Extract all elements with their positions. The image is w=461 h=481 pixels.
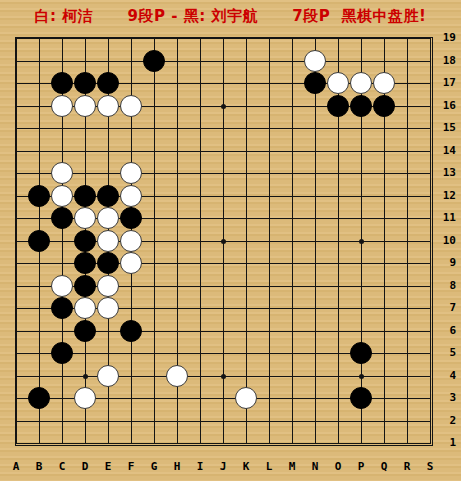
col-label-B: B bbox=[31, 460, 47, 474]
col-label-C: C bbox=[54, 460, 70, 474]
stone-black-B3 bbox=[28, 387, 50, 409]
col-label-G: G bbox=[146, 460, 162, 474]
stone-white-E11 bbox=[97, 207, 119, 229]
stone-white-D7 bbox=[74, 297, 96, 319]
go-board[interactable]: ABCDEFGHIJKLMNOPQRS191817161514131211109… bbox=[0, 0, 461, 481]
row-label-8: 8 bbox=[432, 279, 456, 293]
row-label-3: 3 bbox=[432, 391, 456, 405]
star-point-P4 bbox=[359, 374, 364, 379]
stone-white-F9 bbox=[120, 252, 142, 274]
col-label-D: D bbox=[77, 460, 93, 474]
stone-white-E7 bbox=[97, 297, 119, 319]
row-label-16: 16 bbox=[432, 99, 456, 113]
col-label-H: H bbox=[169, 460, 185, 474]
stone-white-F12 bbox=[120, 185, 142, 207]
stone-black-D8 bbox=[74, 275, 96, 297]
stone-black-D10 bbox=[74, 230, 96, 252]
row-label-10: 10 bbox=[432, 234, 456, 248]
row-label-1: 1 bbox=[432, 436, 456, 450]
stone-black-B10 bbox=[28, 230, 50, 252]
stone-black-E12 bbox=[97, 185, 119, 207]
row-label-15: 15 bbox=[432, 121, 456, 135]
row-label-9: 9 bbox=[432, 256, 456, 270]
stone-black-P3 bbox=[350, 387, 372, 409]
stone-black-N17 bbox=[304, 72, 326, 94]
stone-black-C11 bbox=[51, 207, 73, 229]
col-label-E: E bbox=[100, 460, 116, 474]
row-label-17: 17 bbox=[432, 76, 456, 90]
stone-black-B12 bbox=[28, 185, 50, 207]
stone-black-G18 bbox=[143, 50, 165, 72]
stone-white-C13 bbox=[51, 162, 73, 184]
stone-white-E16 bbox=[97, 95, 119, 117]
col-label-M: M bbox=[284, 460, 300, 474]
stone-black-E17 bbox=[97, 72, 119, 94]
col-label-O: O bbox=[330, 460, 346, 474]
stone-black-F11 bbox=[120, 207, 142, 229]
stone-black-Q16 bbox=[373, 95, 395, 117]
row-label-19: 19 bbox=[432, 31, 456, 45]
row-label-4: 4 bbox=[432, 369, 456, 383]
stone-black-D12 bbox=[74, 185, 96, 207]
stone-white-C12 bbox=[51, 185, 73, 207]
col-label-K: K bbox=[238, 460, 254, 474]
col-label-A: A bbox=[8, 460, 24, 474]
stone-black-D17 bbox=[74, 72, 96, 94]
stone-white-O17 bbox=[327, 72, 349, 94]
star-point-D4 bbox=[83, 374, 88, 379]
stone-white-H4 bbox=[166, 365, 188, 387]
stone-white-Q17 bbox=[373, 72, 395, 94]
col-label-L: L bbox=[261, 460, 277, 474]
stone-white-E10 bbox=[97, 230, 119, 252]
stone-black-O16 bbox=[327, 95, 349, 117]
star-point-P10 bbox=[359, 239, 364, 244]
stone-white-C16 bbox=[51, 95, 73, 117]
stone-white-F16 bbox=[120, 95, 142, 117]
stone-white-F13 bbox=[120, 162, 142, 184]
star-point-J16 bbox=[221, 104, 226, 109]
row-label-13: 13 bbox=[432, 166, 456, 180]
stone-black-C17 bbox=[51, 72, 73, 94]
stone-white-F10 bbox=[120, 230, 142, 252]
col-label-P: P bbox=[353, 460, 369, 474]
row-label-5: 5 bbox=[432, 346, 456, 360]
col-label-J: J bbox=[215, 460, 231, 474]
stone-white-D3 bbox=[74, 387, 96, 409]
stone-white-D16 bbox=[74, 95, 96, 117]
stone-white-C8 bbox=[51, 275, 73, 297]
row-label-12: 12 bbox=[432, 189, 456, 203]
col-label-I: I bbox=[192, 460, 208, 474]
stone-black-P5 bbox=[350, 342, 372, 364]
row-label-18: 18 bbox=[432, 54, 456, 68]
col-label-S: S bbox=[422, 460, 438, 474]
row-label-6: 6 bbox=[432, 324, 456, 338]
stone-white-P17 bbox=[350, 72, 372, 94]
stone-black-D9 bbox=[74, 252, 96, 274]
row-label-11: 11 bbox=[432, 211, 456, 225]
row-label-7: 7 bbox=[432, 301, 456, 315]
stone-black-D6 bbox=[74, 320, 96, 342]
stone-black-E9 bbox=[97, 252, 119, 274]
stone-white-E8 bbox=[97, 275, 119, 297]
row-label-14: 14 bbox=[432, 144, 456, 158]
stone-black-C5 bbox=[51, 342, 73, 364]
stone-black-P16 bbox=[350, 95, 372, 117]
col-label-Q: Q bbox=[376, 460, 392, 474]
star-point-J4 bbox=[221, 374, 226, 379]
stone-white-N18 bbox=[304, 50, 326, 72]
stone-white-E4 bbox=[97, 365, 119, 387]
col-label-N: N bbox=[307, 460, 323, 474]
stone-white-K3 bbox=[235, 387, 257, 409]
row-label-2: 2 bbox=[432, 414, 456, 428]
stone-white-D11 bbox=[74, 207, 96, 229]
star-point-J10 bbox=[221, 239, 226, 244]
col-label-R: R bbox=[399, 460, 415, 474]
stone-black-C7 bbox=[51, 297, 73, 319]
col-label-F: F bbox=[123, 460, 139, 474]
stone-black-F6 bbox=[120, 320, 142, 342]
